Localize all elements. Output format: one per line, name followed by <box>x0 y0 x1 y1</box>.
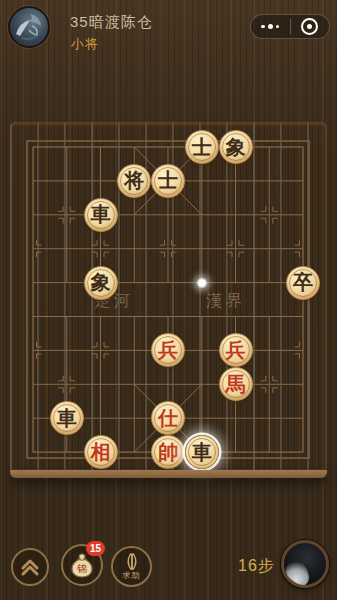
avatar-figure <box>283 558 312 588</box>
help-button[interactable]: 求助 <box>111 546 152 587</box>
praying-hands-icon <box>121 552 143 572</box>
piece-black-卒[interactable]: 卒 <box>286 266 320 300</box>
exit-button[interactable] <box>291 15 330 38</box>
level-rank: 小将 <box>71 35 99 53</box>
piece-black-車[interactable]: 車 <box>185 435 219 469</box>
piece-red-帥[interactable]: 帥 <box>151 435 185 469</box>
bag-button[interactable]: 锦 15 <box>61 544 103 586</box>
piece-black-車[interactable]: 車 <box>84 198 118 232</box>
piece-red-仕[interactable]: 仕 <box>151 401 185 435</box>
help-label: 求助 <box>123 570 141 581</box>
svg-text:锦: 锦 <box>77 563 87 574</box>
piece-black-車[interactable]: 車 <box>50 401 84 435</box>
expand-button[interactable] <box>11 548 49 586</box>
piece-red-馬[interactable]: 馬 <box>219 367 253 401</box>
user-avatar[interactable] <box>281 540 329 588</box>
board-bevel <box>10 470 327 478</box>
three-dots-icon <box>261 24 279 29</box>
app-screen: 35暗渡陈仓 小将 楚河漢界士象将士車象卒兵兵馬車仕相帥車 锦 15 求 <box>0 0 337 600</box>
piece-black-象[interactable]: 象 <box>219 130 253 164</box>
more-button[interactable] <box>251 15 290 38</box>
bag-badge: 15 <box>86 541 105 556</box>
avatar-art-icon <box>10 8 48 46</box>
piece-black-象[interactable]: 象 <box>84 266 118 300</box>
player-avatar[interactable] <box>8 6 50 48</box>
piece-black-将[interactable]: 将 <box>117 164 151 198</box>
wechat-capsule <box>250 14 330 39</box>
xiangqi-board[interactable]: 楚河漢界士象将士車象卒兵兵馬車仕相帥車 <box>10 122 327 470</box>
steps-counter: 16步 <box>238 556 275 577</box>
river-label-right: 漢界 <box>206 292 246 309</box>
piece-black-士[interactable]: 士 <box>151 164 185 198</box>
piece-black-士[interactable]: 士 <box>185 130 219 164</box>
chevron-up-icon <box>18 556 42 578</box>
piece-red-兵[interactable]: 兵 <box>219 333 253 367</box>
last-move-origin-dot <box>196 277 208 289</box>
level-title: 35暗渡陈仓 <box>70 13 153 32</box>
piece-red-相[interactable]: 相 <box>84 435 118 469</box>
target-circle-icon <box>301 18 318 35</box>
